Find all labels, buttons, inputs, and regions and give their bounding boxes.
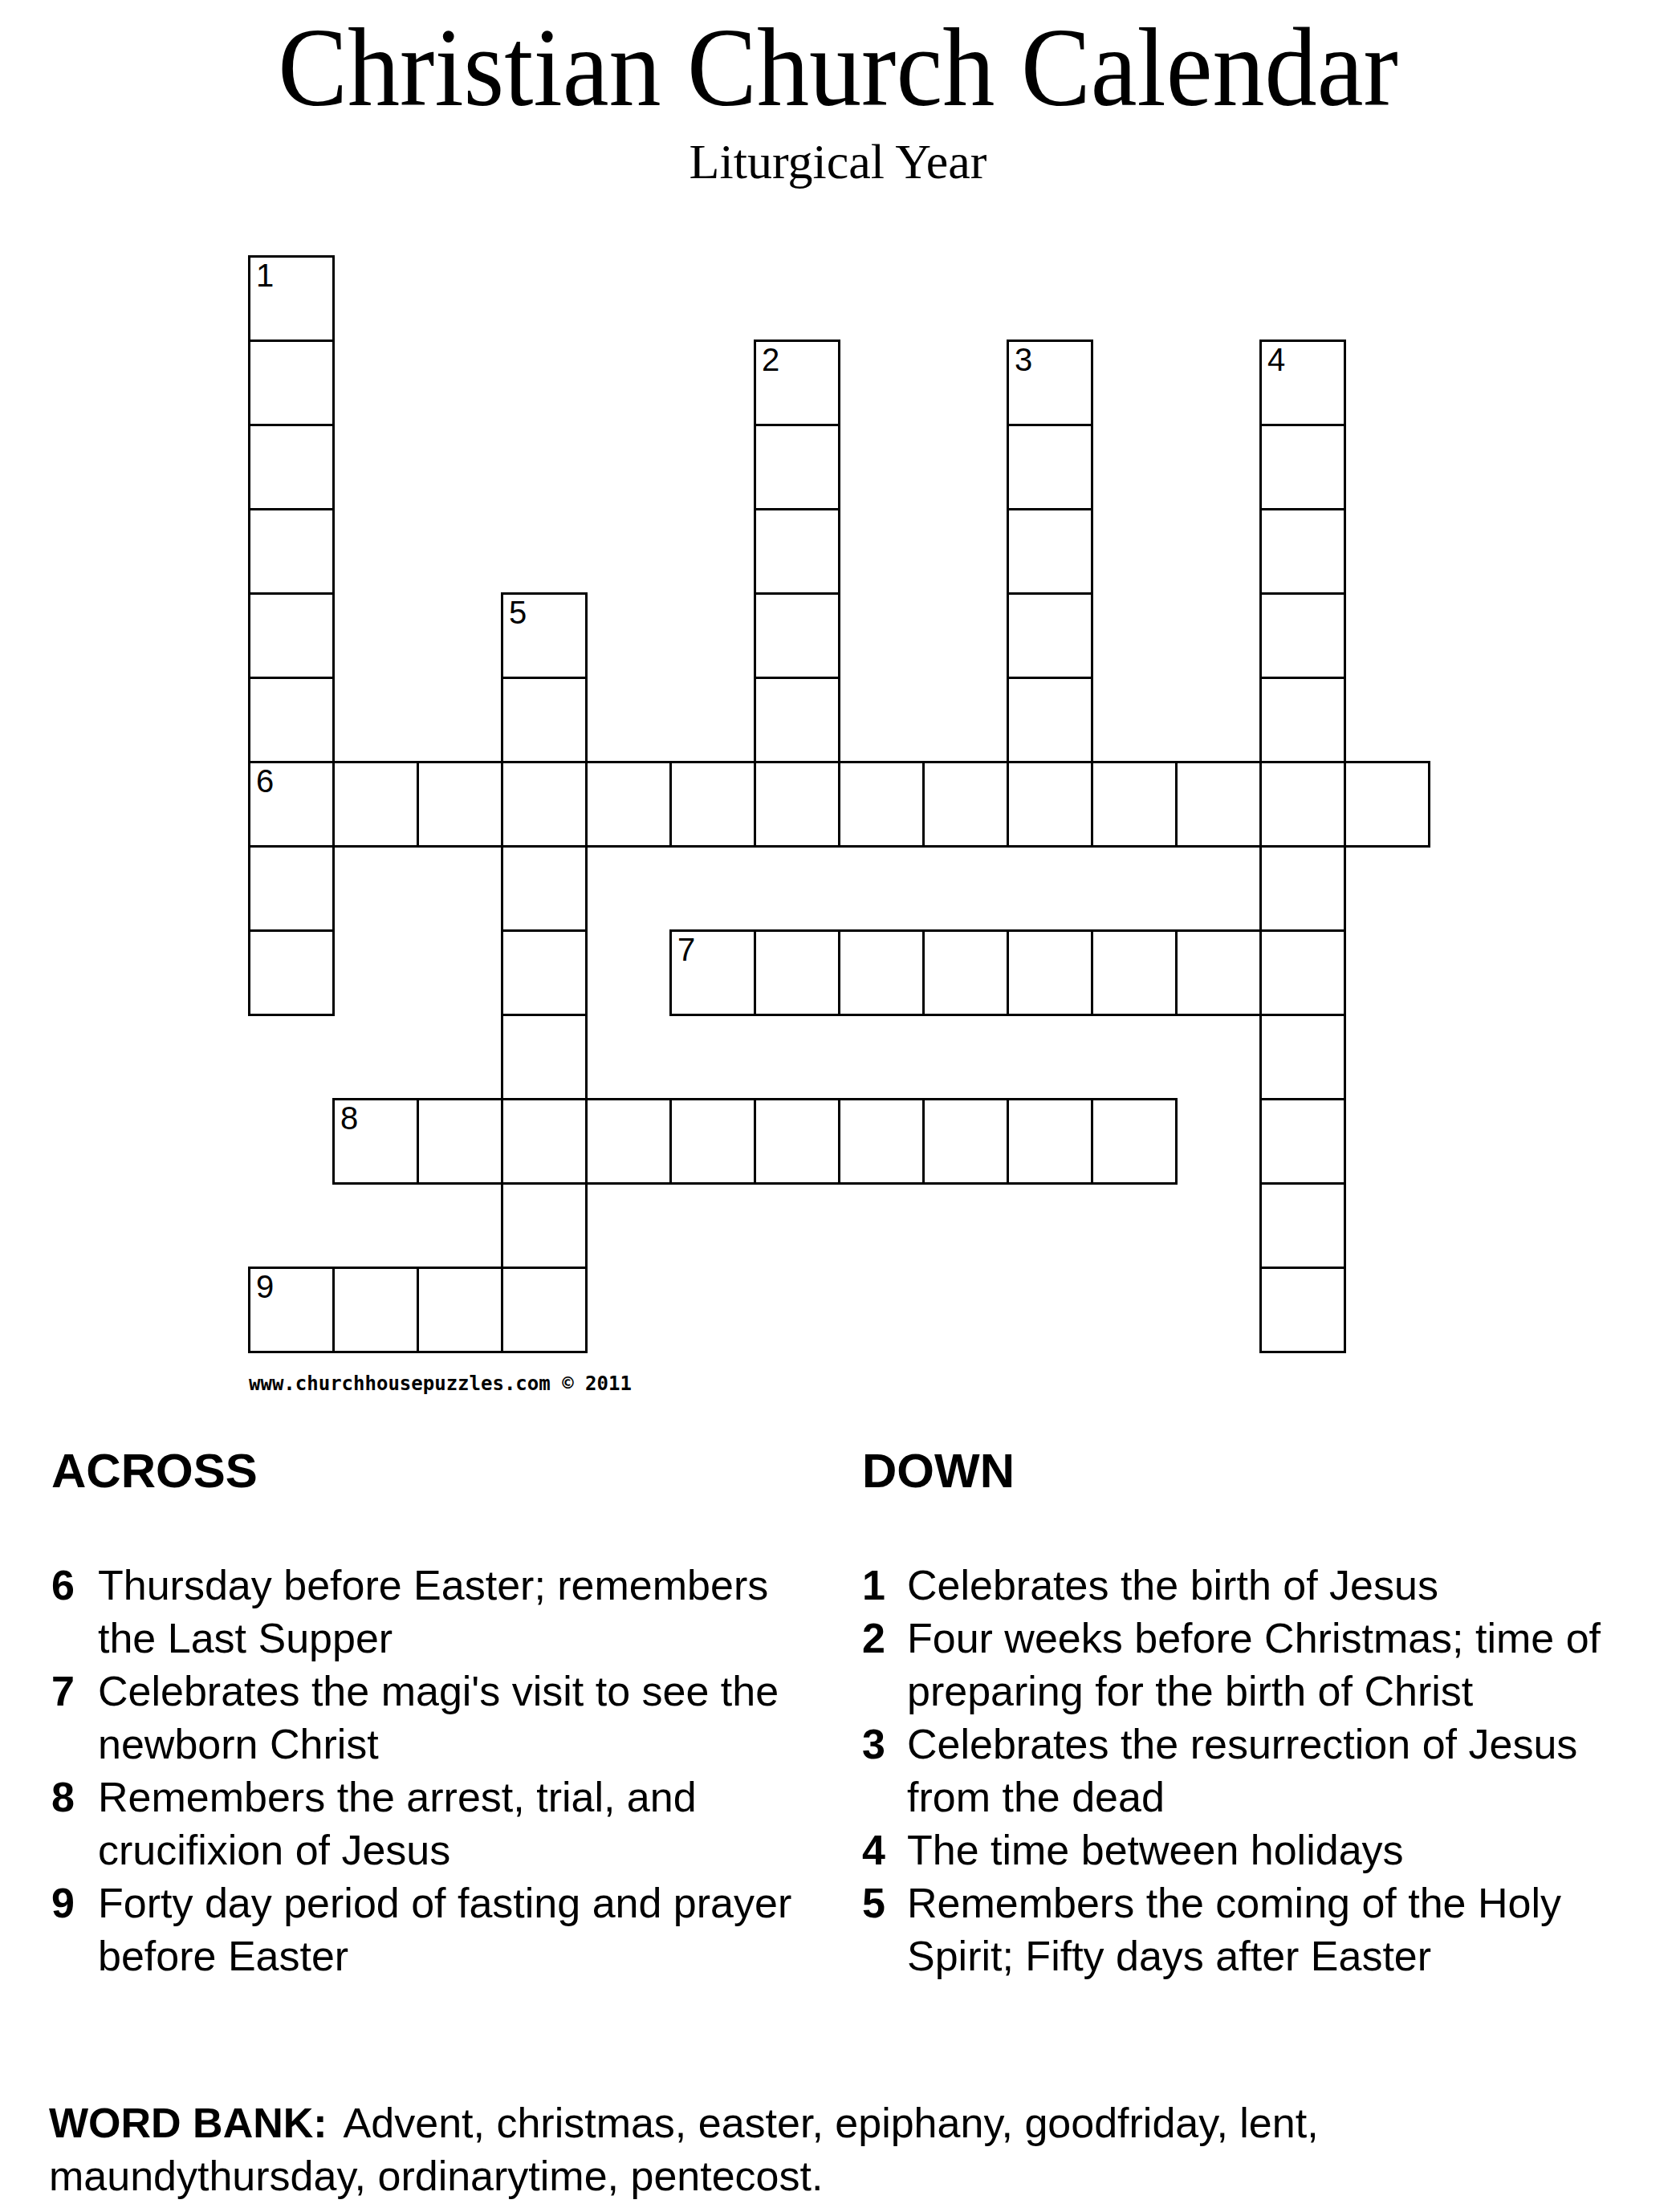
- grid-cell-r10c5[interactable]: [669, 1098, 756, 1185]
- grid-cell-r6c3[interactable]: [501, 761, 588, 848]
- grid-cell-r8c12[interactable]: [1259, 929, 1346, 1016]
- grid-cell-r6c10[interactable]: [1091, 761, 1178, 848]
- clue-text: The time between holidays: [907, 1824, 1629, 1877]
- grid-cell-r1c0[interactable]: [248, 340, 335, 426]
- grid-cell-r2c6[interactable]: [754, 424, 840, 510]
- grid-cell-r9c12[interactable]: [1259, 1014, 1346, 1100]
- clue-text: Celebrates the resurrection of Jesus fro…: [907, 1718, 1629, 1824]
- grid-cell-r6c6[interactable]: [754, 761, 840, 848]
- grid-cell-r8c8[interactable]: [922, 929, 1009, 1016]
- grid-cell-r1c9[interactable]: 3: [1007, 340, 1093, 426]
- grid-cell-r6c9[interactable]: [1007, 761, 1093, 848]
- grid-cell-r6c8[interactable]: [922, 761, 1009, 848]
- clue-text: Remembers the arrest, trial, and crucifi…: [98, 1771, 812, 1877]
- clue-number: 5: [862, 1877, 907, 1982]
- clue-text: Celebrates the birth of Jesus: [907, 1559, 1629, 1612]
- word-bank-label: WORD BANK:: [49, 2100, 327, 2146]
- down-clue-5: 5Remembers the coming of the Holy Spirit…: [862, 1877, 1629, 1982]
- grid-cell-r0c0[interactable]: 1: [248, 255, 335, 342]
- across-clue-list: 6Thursday before Easter; remembers the L…: [51, 1559, 812, 1982]
- grid-cell-r5c3[interactable]: [501, 677, 588, 763]
- grid-cell-r10c3[interactable]: [501, 1098, 588, 1185]
- grid-cell-r4c6[interactable]: [754, 592, 840, 679]
- grid-cell-r3c12[interactable]: [1259, 508, 1346, 595]
- cell-number-8: 8: [340, 1101, 358, 1135]
- grid-cell-r8c6[interactable]: [754, 929, 840, 1016]
- grid-cell-r12c1[interactable]: [332, 1267, 419, 1353]
- grid-cell-r7c3[interactable]: [501, 845, 588, 932]
- down-heading: DOWN: [862, 1445, 1015, 1498]
- clue-text: Celebrates the magi's visit to see the n…: [98, 1665, 812, 1771]
- grid-cell-r5c9[interactable]: [1007, 677, 1093, 763]
- across-heading: ACROSS: [51, 1445, 258, 1498]
- grid-cell-r10c2[interactable]: [417, 1098, 503, 1185]
- down-clue-1: 1Celebrates the birth of Jesus: [862, 1559, 1629, 1612]
- puzzle-title: Christian Church Calendar: [59, 11, 1617, 124]
- clue-number: 9: [51, 1877, 98, 1982]
- grid-cell-r10c6[interactable]: [754, 1098, 840, 1185]
- grid-cell-r4c12[interactable]: [1259, 592, 1346, 679]
- grid-cell-r11c12[interactable]: [1259, 1182, 1346, 1269]
- clue-number: 3: [862, 1718, 907, 1824]
- clue-number: 2: [862, 1612, 907, 1718]
- grid-cell-r6c13[interactable]: [1344, 761, 1430, 848]
- grid-cell-r10c9[interactable]: [1007, 1098, 1093, 1185]
- grid-cell-r8c3[interactable]: [501, 929, 588, 1016]
- grid-cell-r7c0[interactable]: [248, 845, 335, 932]
- grid-cell-r6c2[interactable]: [417, 761, 503, 848]
- word-bank: WORD BANK:Advent, christmas, easter, epi…: [49, 2096, 1574, 2202]
- grid-cell-r6c1[interactable]: [332, 761, 419, 848]
- grid-cell-r6c12[interactable]: [1259, 761, 1346, 848]
- grid-cell-r11c3[interactable]: [501, 1182, 588, 1269]
- grid-cell-r6c11[interactable]: [1175, 761, 1262, 848]
- grid-cell-r1c6[interactable]: 2: [754, 340, 840, 426]
- puzzle-subtitle: Liturgical Year: [0, 133, 1676, 190]
- grid-cell-r2c9[interactable]: [1007, 424, 1093, 510]
- grid-cell-r8c10[interactable]: [1091, 929, 1178, 1016]
- grid-cell-r1c12[interactable]: 4: [1259, 340, 1346, 426]
- grid-cell-r5c0[interactable]: [248, 677, 335, 763]
- cell-number-1: 1: [256, 258, 274, 292]
- grid-cell-r7c12[interactable]: [1259, 845, 1346, 932]
- across-clue-8: 8Remembers the arrest, trial, and crucif…: [51, 1771, 812, 1877]
- clue-text: Remembers the coming of the Holy Spirit;…: [907, 1877, 1629, 1982]
- grid-cell-r4c3[interactable]: 5: [501, 592, 588, 679]
- grid-cell-r8c9[interactable]: [1007, 929, 1093, 1016]
- grid-cell-r8c11[interactable]: [1175, 929, 1262, 1016]
- grid-cell-r12c12[interactable]: [1259, 1267, 1346, 1353]
- grid-cell-r4c9[interactable]: [1007, 592, 1093, 679]
- cell-number-6: 6: [256, 764, 274, 798]
- copyright-text: www.churchhousepuzzles.com © 2011: [249, 1372, 632, 1395]
- grid-cell-r3c0[interactable]: [248, 508, 335, 595]
- grid-cell-r8c0[interactable]: [248, 929, 335, 1016]
- cell-number-7: 7: [677, 933, 695, 966]
- grid-cell-r5c12[interactable]: [1259, 677, 1346, 763]
- clue-text: Thursday before Easter; remembers the La…: [98, 1559, 812, 1665]
- grid-cell-r8c5[interactable]: 7: [669, 929, 756, 1016]
- worksheet-page: Christian Church Calendar Liturgical Yea…: [0, 0, 1676, 2212]
- cell-number-2: 2: [762, 343, 779, 376]
- grid-cell-r2c0[interactable]: [248, 424, 335, 510]
- grid-cell-r2c12[interactable]: [1259, 424, 1346, 510]
- grid-cell-r10c1[interactable]: 8: [332, 1098, 419, 1185]
- down-clue-4: 4The time between holidays: [862, 1824, 1629, 1877]
- clue-number: 6: [51, 1559, 98, 1665]
- clue-number: 1: [862, 1559, 907, 1612]
- cell-number-4: 4: [1267, 343, 1285, 376]
- grid-cell-r6c4[interactable]: [585, 761, 672, 848]
- cell-number-9: 9: [256, 1270, 274, 1303]
- across-clue-9: 9Forty day period of fasting and prayer …: [51, 1877, 812, 1982]
- grid-cell-r6c0[interactable]: 6: [248, 761, 335, 848]
- cell-number-3: 3: [1015, 343, 1032, 376]
- grid-cell-r10c12[interactable]: [1259, 1098, 1346, 1185]
- clue-number: 8: [51, 1771, 98, 1877]
- clue-text: Forty day period of fasting and prayer b…: [98, 1877, 812, 1982]
- clue-text: Four weeks before Christmas; time of pre…: [907, 1612, 1629, 1718]
- down-clue-2: 2Four weeks before Christmas; time of pr…: [862, 1612, 1629, 1718]
- crossword-grid: 123456789: [248, 255, 1430, 1353]
- down-clue-list: 1Celebrates the birth of Jesus2Four week…: [862, 1559, 1629, 1982]
- grid-cell-r12c2[interactable]: [417, 1267, 503, 1353]
- grid-cell-r6c7[interactable]: [838, 761, 925, 848]
- across-clue-7: 7Celebrates the magi's visit to see the …: [51, 1665, 812, 1771]
- grid-cell-r9c3[interactable]: [501, 1014, 588, 1100]
- grid-cell-r10c4[interactable]: [585, 1098, 672, 1185]
- grid-cell-r12c3[interactable]: [501, 1267, 588, 1353]
- clue-number: 7: [51, 1665, 98, 1771]
- clue-number: 4: [862, 1824, 907, 1877]
- down-clue-3: 3Celebrates the resurrection of Jesus fr…: [862, 1718, 1629, 1824]
- grid-cell-r10c10[interactable]: [1091, 1098, 1178, 1185]
- grid-cell-r6c5[interactable]: [669, 761, 756, 848]
- grid-cell-r12c0[interactable]: 9: [248, 1267, 335, 1353]
- grid-cell-r3c6[interactable]: [754, 508, 840, 595]
- grid-cell-r3c9[interactable]: [1007, 508, 1093, 595]
- grid-cell-r10c7[interactable]: [838, 1098, 925, 1185]
- grid-cell-r5c6[interactable]: [754, 677, 840, 763]
- grid-cell-r4c0[interactable]: [248, 592, 335, 679]
- across-clue-6: 6Thursday before Easter; remembers the L…: [51, 1559, 812, 1665]
- grid-cell-r10c8[interactable]: [922, 1098, 1009, 1185]
- grid-cell-r8c7[interactable]: [838, 929, 925, 1016]
- cell-number-5: 5: [509, 596, 527, 629]
